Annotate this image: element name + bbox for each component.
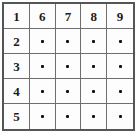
dot-marker	[92, 90, 95, 93]
cell-r5c1-label: 5	[4, 104, 30, 129]
dot-marker	[41, 65, 44, 68]
cell-r1c3-label: 7	[56, 4, 82, 29]
dot-marker	[41, 90, 44, 93]
cell-r3c5-dot[interactable]	[107, 54, 133, 79]
cell-r5c4-dot[interactable]	[81, 104, 107, 129]
cell-r1c4-label: 8	[81, 4, 107, 29]
dot-marker	[66, 40, 69, 43]
dot-marker	[66, 115, 69, 118]
dot-marker	[119, 40, 122, 43]
cell-r4c1-label: 4	[4, 79, 30, 104]
dot-marker	[119, 115, 122, 118]
dot-marker	[41, 40, 44, 43]
cell-r2c1-label: 2	[4, 29, 30, 54]
cell-r2c3-dot[interactable]	[56, 29, 82, 54]
dot-marker	[92, 40, 95, 43]
cell-r1c1-label: 1	[4, 4, 30, 29]
dot-marker	[92, 65, 95, 68]
dot-marker	[119, 90, 122, 93]
cell-r5c2-dot[interactable]	[30, 104, 56, 129]
cell-r4c4-dot[interactable]	[81, 79, 107, 104]
dot-marker	[66, 90, 69, 93]
dot-marker	[41, 115, 44, 118]
cell-r1c2-label: 6	[30, 4, 56, 29]
dot-marker	[92, 115, 95, 118]
dot-marker	[66, 65, 69, 68]
cell-r3c1-label: 3	[4, 54, 30, 79]
number-grid: 167892345	[4, 4, 133, 129]
cell-r5c5-dot[interactable]	[107, 104, 133, 129]
cell-r3c3-dot[interactable]	[56, 54, 82, 79]
cell-r1c5-label: 9	[107, 4, 133, 29]
cell-r2c2-dot[interactable]	[30, 29, 56, 54]
cell-r4c2-dot[interactable]	[30, 79, 56, 104]
cell-r3c2-dot[interactable]	[30, 54, 56, 79]
cell-r2c5-dot[interactable]	[107, 29, 133, 54]
number-grid-board: 167892345	[2, 2, 135, 131]
cell-r3c4-dot[interactable]	[81, 54, 107, 79]
cell-r5c3-dot[interactable]	[56, 104, 82, 129]
cell-r4c5-dot[interactable]	[107, 79, 133, 104]
dot-marker	[119, 65, 122, 68]
cell-r4c3-dot[interactable]	[56, 79, 82, 104]
cell-r2c4-dot[interactable]	[81, 29, 107, 54]
